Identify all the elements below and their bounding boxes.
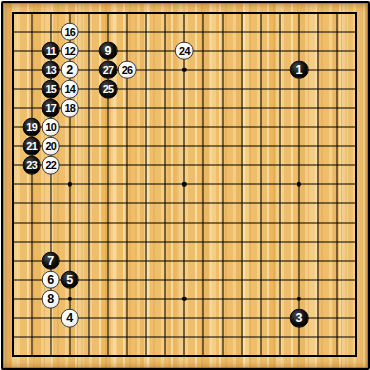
intersection-C7[interactable] — [41, 232, 60, 251]
intersection-S16[interactable] — [328, 60, 347, 79]
intersection-L13[interactable] — [194, 118, 213, 137]
intersection-O13[interactable] — [251, 118, 270, 137]
intersection-N18[interactable] — [232, 22, 251, 41]
intersection-F10[interactable] — [98, 175, 117, 194]
intersection-H11[interactable] — [137, 156, 156, 175]
intersection-T15[interactable] — [347, 79, 366, 98]
intersection-C13[interactable]: 10 — [41, 118, 60, 137]
intersection-H6[interactable] — [137, 251, 156, 270]
intersection-P4[interactable] — [270, 289, 289, 308]
intersection-J3[interactable] — [156, 309, 175, 328]
intersection-N12[interactable] — [232, 137, 251, 156]
intersection-J6[interactable] — [156, 251, 175, 270]
intersection-H5[interactable] — [137, 270, 156, 289]
intersection-O10[interactable] — [251, 175, 270, 194]
intersection-M15[interactable] — [213, 79, 232, 98]
intersection-N9[interactable] — [232, 194, 251, 213]
intersection-T17[interactable] — [347, 41, 366, 60]
intersection-N5[interactable] — [232, 270, 251, 289]
intersection-D8[interactable] — [60, 213, 79, 232]
intersection-M10[interactable] — [213, 175, 232, 194]
intersection-R7[interactable] — [309, 232, 328, 251]
intersection-D7[interactable] — [60, 232, 79, 251]
intersection-S18[interactable] — [328, 22, 347, 41]
intersection-S5[interactable] — [328, 270, 347, 289]
intersection-B5[interactable] — [22, 270, 41, 289]
intersection-D5[interactable]: 5 — [60, 270, 79, 289]
intersection-C10[interactable] — [41, 175, 60, 194]
intersection-R2[interactable] — [309, 328, 328, 347]
intersection-K15[interactable] — [175, 79, 194, 98]
intersection-N19[interactable] — [232, 3, 251, 22]
intersection-M2[interactable] — [213, 328, 232, 347]
intersection-J10[interactable] — [156, 175, 175, 194]
intersection-K18[interactable] — [175, 22, 194, 41]
intersection-S9[interactable] — [328, 194, 347, 213]
intersection-K5[interactable] — [175, 270, 194, 289]
intersection-O14[interactable] — [251, 98, 270, 117]
intersection-P18[interactable] — [270, 22, 289, 41]
intersection-F7[interactable] — [98, 232, 117, 251]
intersection-D19[interactable] — [60, 3, 79, 22]
intersection-G7[interactable] — [118, 232, 137, 251]
intersection-M13[interactable] — [213, 118, 232, 137]
intersection-Q17[interactable] — [289, 41, 308, 60]
intersection-K9[interactable] — [175, 194, 194, 213]
intersection-C12[interactable]: 20 — [41, 137, 60, 156]
intersection-A14[interactable] — [3, 98, 22, 117]
intersection-O6[interactable] — [251, 251, 270, 270]
intersection-G15[interactable] — [118, 79, 137, 98]
intersection-S10[interactable] — [328, 175, 347, 194]
intersection-C6[interactable]: 7 — [41, 251, 60, 270]
intersection-N6[interactable] — [232, 251, 251, 270]
intersection-A5[interactable] — [3, 270, 22, 289]
intersection-O3[interactable] — [251, 309, 270, 328]
intersection-C5[interactable]: 6 — [41, 270, 60, 289]
intersection-D2[interactable] — [60, 328, 79, 347]
intersection-C17[interactable]: 11 — [41, 41, 60, 60]
intersection-H7[interactable] — [137, 232, 156, 251]
intersection-L12[interactable] — [194, 137, 213, 156]
intersection-F1[interactable] — [98, 347, 117, 366]
intersection-L3[interactable] — [194, 309, 213, 328]
intersection-M7[interactable] — [213, 232, 232, 251]
intersection-P12[interactable] — [270, 137, 289, 156]
intersection-S17[interactable] — [328, 41, 347, 60]
intersection-G8[interactable] — [118, 213, 137, 232]
intersection-O15[interactable] — [251, 79, 270, 98]
intersection-D16[interactable]: 2 — [60, 60, 79, 79]
intersection-S1[interactable] — [328, 347, 347, 366]
intersection-H15[interactable] — [137, 79, 156, 98]
intersection-C18[interactable] — [41, 22, 60, 41]
intersection-B16[interactable] — [22, 60, 41, 79]
intersection-O9[interactable] — [251, 194, 270, 213]
intersection-A17[interactable] — [3, 41, 22, 60]
intersection-B10[interactable] — [22, 175, 41, 194]
intersection-M12[interactable] — [213, 137, 232, 156]
intersection-J11[interactable] — [156, 156, 175, 175]
intersection-E11[interactable] — [79, 156, 98, 175]
intersection-S13[interactable] — [328, 118, 347, 137]
intersection-E4[interactable] — [79, 289, 98, 308]
intersection-B14[interactable] — [22, 98, 41, 117]
intersection-M17[interactable] — [213, 41, 232, 60]
intersection-J18[interactable] — [156, 22, 175, 41]
intersection-J2[interactable] — [156, 328, 175, 347]
intersection-B8[interactable] — [22, 213, 41, 232]
intersection-G10[interactable] — [118, 175, 137, 194]
intersection-G9[interactable] — [118, 194, 137, 213]
intersection-M1[interactable] — [213, 347, 232, 366]
intersection-G2[interactable] — [118, 328, 137, 347]
intersection-J8[interactable] — [156, 213, 175, 232]
intersection-M8[interactable] — [213, 213, 232, 232]
intersection-S15[interactable] — [328, 79, 347, 98]
intersection-L8[interactable] — [194, 213, 213, 232]
intersection-A12[interactable] — [3, 137, 22, 156]
intersection-R11[interactable] — [309, 156, 328, 175]
intersection-T1[interactable] — [347, 347, 366, 366]
intersection-B6[interactable] — [22, 251, 41, 270]
intersection-K1[interactable] — [175, 347, 194, 366]
intersection-R5[interactable] — [309, 270, 328, 289]
intersection-G6[interactable] — [118, 251, 137, 270]
intersection-R13[interactable] — [309, 118, 328, 137]
intersection-B15[interactable] — [22, 79, 41, 98]
intersection-J5[interactable] — [156, 270, 175, 289]
intersection-B4[interactable] — [22, 289, 41, 308]
intersection-H2[interactable] — [137, 328, 156, 347]
intersection-T9[interactable] — [347, 194, 366, 213]
intersection-M6[interactable] — [213, 251, 232, 270]
intersection-P1[interactable] — [270, 347, 289, 366]
intersection-S19[interactable] — [328, 3, 347, 22]
intersection-E8[interactable] — [79, 213, 98, 232]
intersection-Q6[interactable] — [289, 251, 308, 270]
intersection-F13[interactable] — [98, 118, 117, 137]
intersection-C2[interactable] — [41, 328, 60, 347]
intersection-D10[interactable] — [60, 175, 79, 194]
intersection-O16[interactable] — [251, 60, 270, 79]
intersection-E6[interactable] — [79, 251, 98, 270]
intersection-C11[interactable]: 22 — [41, 156, 60, 175]
intersection-B18[interactable] — [22, 22, 41, 41]
intersection-B19[interactable] — [22, 3, 41, 22]
intersection-C1[interactable] — [41, 347, 60, 366]
intersection-P17[interactable] — [270, 41, 289, 60]
intersection-D11[interactable] — [60, 156, 79, 175]
intersection-T12[interactable] — [347, 137, 366, 156]
intersection-G16[interactable]: 26 — [118, 60, 137, 79]
intersection-F19[interactable] — [98, 3, 117, 22]
intersection-T5[interactable] — [347, 270, 366, 289]
intersection-F11[interactable] — [98, 156, 117, 175]
intersection-O8[interactable] — [251, 213, 270, 232]
intersection-B3[interactable] — [22, 309, 41, 328]
intersection-R4[interactable] — [309, 289, 328, 308]
intersection-Q7[interactable] — [289, 232, 308, 251]
intersection-L9[interactable] — [194, 194, 213, 213]
intersection-F4[interactable] — [98, 289, 117, 308]
intersection-S2[interactable] — [328, 328, 347, 347]
intersection-N13[interactable] — [232, 118, 251, 137]
intersection-K14[interactable] — [175, 98, 194, 117]
intersection-D18[interactable]: 16 — [60, 22, 79, 41]
intersection-D4[interactable] — [60, 289, 79, 308]
intersection-J12[interactable] — [156, 137, 175, 156]
intersection-K19[interactable] — [175, 3, 194, 22]
intersection-S4[interactable] — [328, 289, 347, 308]
intersection-T6[interactable] — [347, 251, 366, 270]
intersection-P6[interactable] — [270, 251, 289, 270]
intersection-L2[interactable] — [194, 328, 213, 347]
intersection-D1[interactable] — [60, 347, 79, 366]
intersection-E14[interactable] — [79, 98, 98, 117]
intersection-T2[interactable] — [347, 328, 366, 347]
intersection-K16[interactable] — [175, 60, 194, 79]
intersection-R17[interactable] — [309, 41, 328, 60]
intersection-T3[interactable] — [347, 309, 366, 328]
intersection-J13[interactable] — [156, 118, 175, 137]
intersection-T11[interactable] — [347, 156, 366, 175]
intersection-R1[interactable] — [309, 347, 328, 366]
intersection-T13[interactable] — [347, 118, 366, 137]
intersection-R19[interactable] — [309, 3, 328, 22]
intersection-G12[interactable] — [118, 137, 137, 156]
intersection-K7[interactable] — [175, 232, 194, 251]
intersection-D12[interactable] — [60, 137, 79, 156]
intersection-Q13[interactable] — [289, 118, 308, 137]
intersection-J15[interactable] — [156, 79, 175, 98]
intersection-D13[interactable] — [60, 118, 79, 137]
intersection-K13[interactable] — [175, 118, 194, 137]
intersection-N15[interactable] — [232, 79, 251, 98]
intersection-F17[interactable]: 9 — [98, 41, 117, 60]
intersection-Q14[interactable] — [289, 98, 308, 117]
intersection-A13[interactable] — [3, 118, 22, 137]
intersection-J16[interactable] — [156, 60, 175, 79]
intersection-H12[interactable] — [137, 137, 156, 156]
intersection-N1[interactable] — [232, 347, 251, 366]
intersection-H3[interactable] — [137, 309, 156, 328]
intersection-G5[interactable] — [118, 270, 137, 289]
intersection-L4[interactable] — [194, 289, 213, 308]
intersection-E15[interactable] — [79, 79, 98, 98]
intersection-Q1[interactable] — [289, 347, 308, 366]
intersection-D9[interactable] — [60, 194, 79, 213]
intersection-H14[interactable] — [137, 98, 156, 117]
intersection-A16[interactable] — [3, 60, 22, 79]
intersection-A6[interactable] — [3, 251, 22, 270]
intersection-D6[interactable] — [60, 251, 79, 270]
intersection-G19[interactable] — [118, 3, 137, 22]
intersection-K6[interactable] — [175, 251, 194, 270]
intersection-Q4[interactable] — [289, 289, 308, 308]
intersection-S3[interactable] — [328, 309, 347, 328]
intersection-S12[interactable] — [328, 137, 347, 156]
intersection-A19[interactable] — [3, 3, 22, 22]
intersection-M9[interactable] — [213, 194, 232, 213]
intersection-F5[interactable] — [98, 270, 117, 289]
intersection-R9[interactable] — [309, 194, 328, 213]
intersection-H4[interactable] — [137, 289, 156, 308]
intersection-J19[interactable] — [156, 3, 175, 22]
intersection-L16[interactable] — [194, 60, 213, 79]
intersection-K10[interactable] — [175, 175, 194, 194]
intersection-D14[interactable]: 18 — [60, 98, 79, 117]
intersection-F2[interactable] — [98, 328, 117, 347]
intersection-P16[interactable] — [270, 60, 289, 79]
intersection-C8[interactable] — [41, 213, 60, 232]
intersection-C4[interactable]: 8 — [41, 289, 60, 308]
intersection-Q5[interactable] — [289, 270, 308, 289]
intersection-G11[interactable] — [118, 156, 137, 175]
intersection-M5[interactable] — [213, 270, 232, 289]
intersection-T10[interactable] — [347, 175, 366, 194]
intersection-S6[interactable] — [328, 251, 347, 270]
intersection-G14[interactable] — [118, 98, 137, 117]
intersection-E19[interactable] — [79, 3, 98, 22]
intersection-S7[interactable] — [328, 232, 347, 251]
intersection-F3[interactable] — [98, 309, 117, 328]
intersection-P5[interactable] — [270, 270, 289, 289]
intersection-S11[interactable] — [328, 156, 347, 175]
intersection-K2[interactable] — [175, 328, 194, 347]
intersection-R14[interactable] — [309, 98, 328, 117]
intersection-H9[interactable] — [137, 194, 156, 213]
intersection-B11[interactable]: 23 — [22, 156, 41, 175]
intersection-Q9[interactable] — [289, 194, 308, 213]
intersection-L18[interactable] — [194, 22, 213, 41]
intersection-M18[interactable] — [213, 22, 232, 41]
intersection-Q2[interactable] — [289, 328, 308, 347]
intersection-B1[interactable] — [22, 347, 41, 366]
intersection-P7[interactable] — [270, 232, 289, 251]
intersection-L14[interactable] — [194, 98, 213, 117]
intersection-E17[interactable] — [79, 41, 98, 60]
intersection-B9[interactable] — [22, 194, 41, 213]
intersection-P15[interactable] — [270, 79, 289, 98]
intersection-G13[interactable] — [118, 118, 137, 137]
intersection-E5[interactable] — [79, 270, 98, 289]
intersection-P9[interactable] — [270, 194, 289, 213]
intersection-F8[interactable] — [98, 213, 117, 232]
intersection-A2[interactable] — [3, 328, 22, 347]
intersection-O17[interactable] — [251, 41, 270, 60]
intersection-H19[interactable] — [137, 3, 156, 22]
intersection-C19[interactable] — [41, 3, 60, 22]
intersection-N3[interactable] — [232, 309, 251, 328]
intersection-G1[interactable] — [118, 347, 137, 366]
intersection-N7[interactable] — [232, 232, 251, 251]
intersection-C16[interactable]: 13 — [41, 60, 60, 79]
intersection-F18[interactable] — [98, 22, 117, 41]
intersection-D3[interactable]: 4 — [60, 309, 79, 328]
intersection-O5[interactable] — [251, 270, 270, 289]
intersection-G18[interactable] — [118, 22, 137, 41]
intersection-Q10[interactable] — [289, 175, 308, 194]
intersection-J1[interactable] — [156, 347, 175, 366]
intersection-H18[interactable] — [137, 22, 156, 41]
intersection-T19[interactable] — [347, 3, 366, 22]
intersection-N8[interactable] — [232, 213, 251, 232]
intersection-Q8[interactable] — [289, 213, 308, 232]
intersection-F15[interactable]: 25 — [98, 79, 117, 98]
intersection-Q15[interactable] — [289, 79, 308, 98]
intersection-N16[interactable] — [232, 60, 251, 79]
intersection-O12[interactable] — [251, 137, 270, 156]
intersection-K4[interactable] — [175, 289, 194, 308]
intersection-R3[interactable] — [309, 309, 328, 328]
intersection-O11[interactable] — [251, 156, 270, 175]
intersection-T7[interactable] — [347, 232, 366, 251]
intersection-M14[interactable] — [213, 98, 232, 117]
intersection-L15[interactable] — [194, 79, 213, 98]
intersection-O1[interactable] — [251, 347, 270, 366]
intersection-E1[interactable] — [79, 347, 98, 366]
intersection-R16[interactable] — [309, 60, 328, 79]
intersection-G17[interactable] — [118, 41, 137, 60]
intersection-K11[interactable] — [175, 156, 194, 175]
intersection-L11[interactable] — [194, 156, 213, 175]
intersection-O2[interactable] — [251, 328, 270, 347]
intersection-B17[interactable] — [22, 41, 41, 60]
intersection-Q3[interactable]: 3 — [289, 309, 308, 328]
intersection-P10[interactable] — [270, 175, 289, 194]
intersection-P3[interactable] — [270, 309, 289, 328]
intersection-S8[interactable] — [328, 213, 347, 232]
intersection-H1[interactable] — [137, 347, 156, 366]
intersection-L6[interactable] — [194, 251, 213, 270]
intersection-R12[interactable] — [309, 137, 328, 156]
intersection-C15[interactable]: 15 — [41, 79, 60, 98]
intersection-N11[interactable] — [232, 156, 251, 175]
intersection-T4[interactable] — [347, 289, 366, 308]
intersection-J14[interactable] — [156, 98, 175, 117]
intersection-K12[interactable] — [175, 137, 194, 156]
intersection-L10[interactable] — [194, 175, 213, 194]
intersection-F14[interactable] — [98, 98, 117, 117]
intersection-H10[interactable] — [137, 175, 156, 194]
intersection-O7[interactable] — [251, 232, 270, 251]
intersection-N17[interactable] — [232, 41, 251, 60]
intersection-R15[interactable] — [309, 79, 328, 98]
intersection-L1[interactable] — [194, 347, 213, 366]
intersection-F9[interactable] — [98, 194, 117, 213]
intersection-B13[interactable]: 19 — [22, 118, 41, 137]
intersection-L19[interactable] — [194, 3, 213, 22]
intersection-P11[interactable] — [270, 156, 289, 175]
intersection-E13[interactable] — [79, 118, 98, 137]
intersection-C9[interactable] — [41, 194, 60, 213]
intersection-M19[interactable] — [213, 3, 232, 22]
intersection-B7[interactable] — [22, 232, 41, 251]
intersection-K3[interactable] — [175, 309, 194, 328]
intersection-H13[interactable] — [137, 118, 156, 137]
intersection-L5[interactable] — [194, 270, 213, 289]
intersection-J17[interactable] — [156, 41, 175, 60]
intersection-A8[interactable] — [3, 213, 22, 232]
intersection-G4[interactable] — [118, 289, 137, 308]
intersection-M11[interactable] — [213, 156, 232, 175]
intersection-O18[interactable] — [251, 22, 270, 41]
intersection-E12[interactable] — [79, 137, 98, 156]
intersection-M16[interactable] — [213, 60, 232, 79]
intersection-P8[interactable] — [270, 213, 289, 232]
intersection-T14[interactable] — [347, 98, 366, 117]
